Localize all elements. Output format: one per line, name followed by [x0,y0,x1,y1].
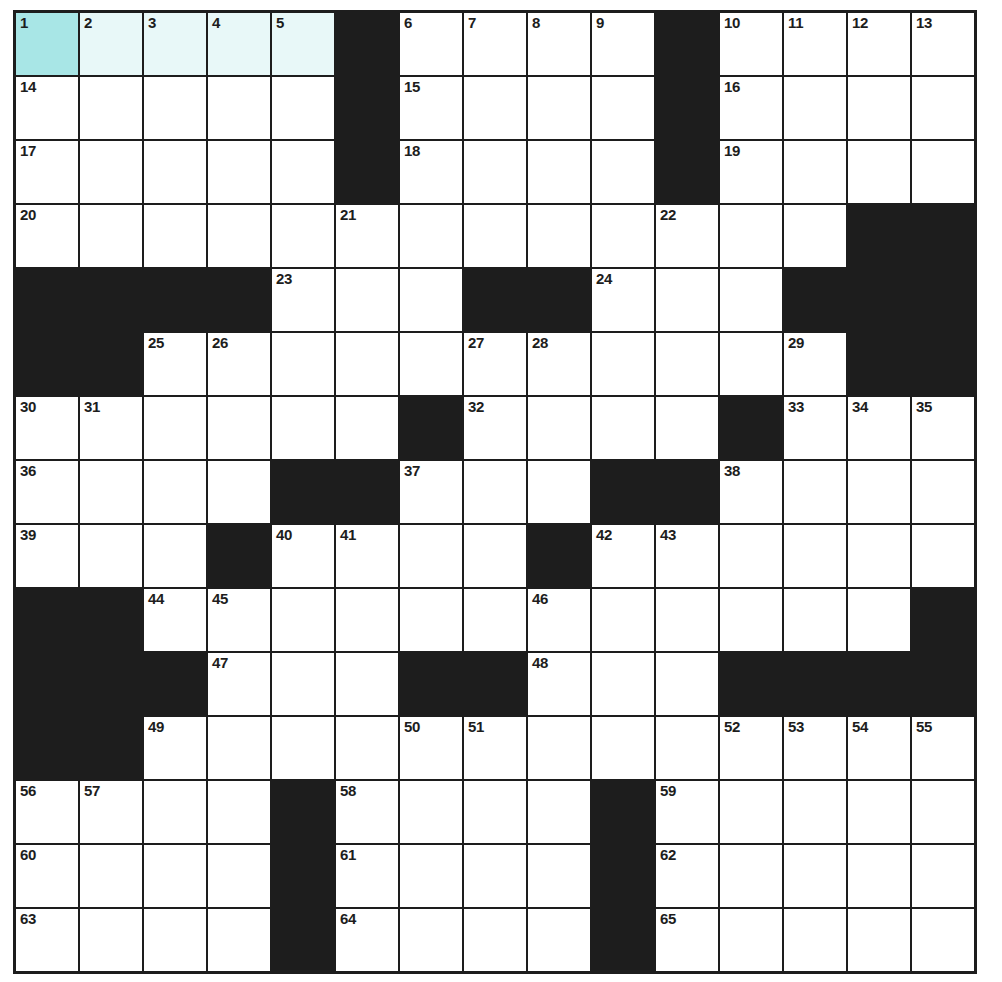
clue-number: 16 [724,78,740,96]
clue-number: 18 [404,142,420,160]
cell-r8c9[interactable]: 42 [592,525,654,587]
cell-r6c14[interactable]: 35 [912,397,974,459]
cell-r6c8[interactable] [528,397,590,459]
cell-r0c4[interactable]: 5 [272,13,334,75]
cell-r12c6[interactable] [400,781,462,843]
black-cell-r9c14 [912,589,974,651]
clue-number: 34 [852,398,868,416]
cell-r1c6[interactable]: 15 [400,77,462,139]
cell-r12c12[interactable] [784,781,846,843]
cell-r12c14[interactable] [912,781,974,843]
cell-r7c8[interactable] [528,461,590,523]
cell-r2c12[interactable] [784,141,846,203]
cell-r1c4[interactable] [272,77,334,139]
cell-r8c6[interactable] [400,525,462,587]
clue-number: 11 [788,14,803,32]
cell-r1c9[interactable] [592,77,654,139]
cell-r7c0[interactable]: 36 [16,461,78,523]
cell-r12c5[interactable]: 58 [336,781,398,843]
cell-r2c14[interactable] [912,141,974,203]
cell-r5c11[interactable] [720,333,782,395]
cell-r8c11[interactable] [720,525,782,587]
cell-r1c1[interactable] [80,77,142,139]
cell-r2c13[interactable] [848,141,910,203]
cell-r14c0[interactable]: 63 [16,909,78,971]
cell-r2c0[interactable]: 17 [16,141,78,203]
cell-r14c6[interactable] [400,909,462,971]
cell-r1c14[interactable] [912,77,974,139]
cell-r6c9[interactable] [592,397,654,459]
cell-r1c8[interactable] [528,77,590,139]
clue-number: 29 [788,334,804,352]
cell-r9c3[interactable]: 45 [208,589,270,651]
cell-r4c6[interactable] [400,269,462,331]
clue-number: 42 [596,526,612,544]
cell-r0c6[interactable]: 6 [400,13,462,75]
black-cell-r0c5 [336,13,398,75]
black-cell-r10c12 [784,653,846,715]
cell-r0c14[interactable]: 13 [912,13,974,75]
cell-r1c7[interactable] [464,77,526,139]
cell-r12c0[interactable]: 56 [16,781,78,843]
cell-r13c6[interactable] [400,845,462,907]
cell-r6c2[interactable] [144,397,206,459]
black-cell-r3c14 [912,205,974,267]
cell-r5c4[interactable] [272,333,334,395]
cell-r12c11[interactable] [720,781,782,843]
cell-r12c2[interactable] [144,781,206,843]
clue-number: 53 [788,718,804,736]
clue-number: 4 [212,14,220,32]
cell-r3c0[interactable]: 20 [16,205,78,267]
cell-r11c11[interactable]: 52 [720,717,782,779]
clue-number: 60 [20,846,36,864]
black-cell-r12c4 [272,781,334,843]
cell-r11c7[interactable]: 51 [464,717,526,779]
black-cell-r7c9 [592,461,654,523]
clue-number: 38 [724,462,740,480]
cell-r6c3[interactable] [208,397,270,459]
black-cell-r2c5 [336,141,398,203]
cell-r3c4[interactable] [272,205,334,267]
cell-r11c5[interactable] [336,717,398,779]
cell-r4c5[interactable] [336,269,398,331]
cell-r3c1[interactable] [80,205,142,267]
clue-number: 3 [148,14,156,32]
clue-number: 65 [660,910,676,928]
cell-r1c13[interactable] [848,77,910,139]
black-cell-r0c10 [656,13,718,75]
cell-r0c11[interactable]: 10 [720,13,782,75]
cell-r12c13[interactable] [848,781,910,843]
cell-r10c10[interactable] [656,653,718,715]
cell-r13c5[interactable]: 61 [336,845,398,907]
cell-r9c9[interactable] [592,589,654,651]
black-cell-r8c3 [208,525,270,587]
cell-r14c5[interactable]: 64 [336,909,398,971]
clue-number: 62 [660,846,676,864]
clue-number: 48 [532,654,548,672]
clue-number: 63 [20,910,36,928]
clue-number: 50 [404,718,420,736]
cell-r9c13[interactable] [848,589,910,651]
cell-r8c14[interactable] [912,525,974,587]
cell-r11c6[interactable]: 50 [400,717,462,779]
cell-r9c5[interactable] [336,589,398,651]
cell-r6c4[interactable] [272,397,334,459]
cell-r0c0[interactable]: 1 [16,13,78,75]
black-cell-r4c13 [848,269,910,331]
clue-number: 43 [660,526,676,544]
black-cell-r5c14 [912,333,974,395]
cell-r10c4[interactable] [272,653,334,715]
cell-r6c0[interactable]: 30 [16,397,78,459]
clue-number: 54 [852,718,868,736]
cell-r8c7[interactable] [464,525,526,587]
clue-number: 57 [84,782,100,800]
black-cell-r9c1 [80,589,142,651]
black-cell-r12c9 [592,781,654,843]
black-cell-r7c10 [656,461,718,523]
cell-r5c12[interactable]: 29 [784,333,846,395]
clue-number: 61 [340,846,356,864]
clue-number: 24 [596,270,612,288]
black-cell-r6c6 [400,397,462,459]
cell-r12c1[interactable]: 57 [80,781,142,843]
black-cell-r7c4 [272,461,334,523]
black-cell-r13c4 [272,845,334,907]
black-cell-r11c0 [16,717,78,779]
cell-r6c10[interactable] [656,397,718,459]
black-cell-r14c4 [272,909,334,971]
cell-r8c1[interactable] [80,525,142,587]
cell-r2c11[interactable]: 19 [720,141,782,203]
clue-number: 39 [20,526,36,544]
cell-r12c3[interactable] [208,781,270,843]
black-cell-r8c8 [528,525,590,587]
clue-number: 23 [276,270,292,288]
cell-r14c3[interactable] [208,909,270,971]
cell-r0c9[interactable]: 9 [592,13,654,75]
cell-r5c7[interactable]: 27 [464,333,526,395]
black-cell-r10c14 [912,653,974,715]
cell-r2c9[interactable] [592,141,654,203]
cell-r3c3[interactable] [208,205,270,267]
cell-r13c13[interactable] [848,845,910,907]
clue-number: 1 [20,14,28,32]
cell-r7c1[interactable] [80,461,142,523]
black-cell-r10c7 [464,653,526,715]
cell-r13c10[interactable]: 62 [656,845,718,907]
clue-number: 5 [276,14,284,32]
cell-r11c2[interactable]: 49 [144,717,206,779]
black-cell-r10c2 [144,653,206,715]
clue-number: 52 [724,718,740,736]
black-cell-r5c1 [80,333,142,395]
clue-number: 6 [404,14,412,32]
clue-number: 26 [212,334,228,352]
clue-number: 12 [852,14,868,32]
cell-r8c12[interactable] [784,525,846,587]
cell-r0c3[interactable]: 4 [208,13,270,75]
cell-r9c2[interactable]: 44 [144,589,206,651]
cell-r3c7[interactable] [464,205,526,267]
black-cell-r10c13 [848,653,910,715]
cell-r7c14[interactable] [912,461,974,523]
clue-number: 13 [916,14,932,32]
clue-number: 10 [724,14,740,32]
cell-r11c13[interactable]: 54 [848,717,910,779]
cell-r14c2[interactable] [144,909,206,971]
clue-number: 36 [20,462,36,480]
cell-r13c1[interactable] [80,845,142,907]
clue-number: 40 [276,526,292,544]
black-cell-r1c5 [336,77,398,139]
clue-number: 64 [340,910,356,928]
cell-r10c8[interactable]: 48 [528,653,590,715]
cell-r11c3[interactable] [208,717,270,779]
cell-r8c13[interactable] [848,525,910,587]
cell-r3c6[interactable] [400,205,462,267]
cell-r2c1[interactable] [80,141,142,203]
black-cell-r5c0 [16,333,78,395]
black-cell-r4c12 [784,269,846,331]
cell-r8c10[interactable]: 43 [656,525,718,587]
cell-r9c10[interactable] [656,589,718,651]
cell-r0c12[interactable]: 11 [784,13,846,75]
black-cell-r13c9 [592,845,654,907]
clue-number: 21 [340,206,356,224]
black-cell-r6c11 [720,397,782,459]
cell-r14c12[interactable] [784,909,846,971]
cell-r2c6[interactable]: 18 [400,141,462,203]
clue-number: 31 [84,398,100,416]
black-cell-r2c10 [656,141,718,203]
clue-number: 20 [20,206,36,224]
cell-r12c10[interactable]: 59 [656,781,718,843]
clue-number: 2 [84,14,92,32]
cell-r11c12[interactable]: 53 [784,717,846,779]
clue-number: 27 [468,334,484,352]
clue-number: 37 [404,462,420,480]
cell-r13c3[interactable] [208,845,270,907]
cell-r10c5[interactable] [336,653,398,715]
cell-r7c12[interactable] [784,461,846,523]
black-cell-r4c7 [464,269,526,331]
cell-r14c13[interactable] [848,909,910,971]
cell-r13c2[interactable] [144,845,206,907]
cell-r1c0[interactable]: 14 [16,77,78,139]
cell-r10c9[interactable] [592,653,654,715]
clue-number: 14 [20,78,36,96]
cell-r3c10[interactable]: 22 [656,205,718,267]
cell-r11c10[interactable] [656,717,718,779]
black-cell-r4c8 [528,269,590,331]
cell-r0c8[interactable]: 8 [528,13,590,75]
cell-r0c13[interactable]: 12 [848,13,910,75]
cell-r13c14[interactable] [912,845,974,907]
clue-number: 7 [468,14,476,32]
cell-r7c2[interactable] [144,461,206,523]
cell-r14c7[interactable] [464,909,526,971]
cell-r1c11[interactable]: 16 [720,77,782,139]
cell-r7c11[interactable]: 38 [720,461,782,523]
cell-r3c8[interactable] [528,205,590,267]
cell-r14c14[interactable] [912,909,974,971]
black-cell-r14c9 [592,909,654,971]
cell-r8c5[interactable]: 41 [336,525,398,587]
clue-number: 35 [916,398,932,416]
cell-r8c4[interactable]: 40 [272,525,334,587]
clue-number: 17 [20,142,36,160]
cell-r2c7[interactable] [464,141,526,203]
black-cell-r10c0 [16,653,78,715]
clue-number: 32 [468,398,484,416]
cell-r14c1[interactable] [80,909,142,971]
cell-r0c7[interactable]: 7 [464,13,526,75]
black-cell-r11c1 [80,717,142,779]
clue-number: 19 [724,142,740,160]
clue-number: 46 [532,590,548,608]
cell-r13c0[interactable]: 60 [16,845,78,907]
cell-r3c9[interactable] [592,205,654,267]
cell-r1c12[interactable] [784,77,846,139]
clue-number: 8 [532,14,540,32]
cell-r6c13[interactable]: 34 [848,397,910,459]
black-cell-r4c0 [16,269,78,331]
cell-r4c9[interactable]: 24 [592,269,654,331]
cell-r5c5[interactable] [336,333,398,395]
cell-r14c8[interactable] [528,909,590,971]
cell-r11c4[interactable] [272,717,334,779]
cell-r3c2[interactable] [144,205,206,267]
cell-r5c2[interactable]: 25 [144,333,206,395]
cell-r12c8[interactable] [528,781,590,843]
cell-r13c12[interactable] [784,845,846,907]
clue-number: 58 [340,782,356,800]
cell-r6c7[interactable]: 32 [464,397,526,459]
clue-number: 51 [468,718,484,736]
cell-r5c3[interactable]: 26 [208,333,270,395]
clue-number: 59 [660,782,676,800]
cell-r7c13[interactable] [848,461,910,523]
clue-number: 9 [596,14,604,32]
black-cell-r10c1 [80,653,142,715]
cell-r7c7[interactable] [464,461,526,523]
cell-r9c12[interactable] [784,589,846,651]
cell-r5c10[interactable] [656,333,718,395]
cell-r9c7[interactable] [464,589,526,651]
black-cell-r5c13 [848,333,910,395]
cell-r2c8[interactable] [528,141,590,203]
black-cell-r7c5 [336,461,398,523]
cell-r8c0[interactable]: 39 [16,525,78,587]
cell-r6c5[interactable] [336,397,398,459]
cell-r12c7[interactable] [464,781,526,843]
cell-r14c10[interactable]: 65 [656,909,718,971]
cell-r0c2[interactable]: 3 [144,13,206,75]
crossword-board: 1234567891011121314151617181920212223242… [13,10,977,974]
black-cell-r4c2 [144,269,206,331]
cell-r0c1[interactable]: 2 [80,13,142,75]
cell-r5c8[interactable]: 28 [528,333,590,395]
clue-number: 41 [340,526,356,544]
clue-number: 47 [212,654,228,672]
black-cell-r10c6 [400,653,462,715]
cell-r13c7[interactable] [464,845,526,907]
cell-r2c4[interactable] [272,141,334,203]
clue-number: 25 [148,334,164,352]
clue-number: 49 [148,718,164,736]
cell-r7c6[interactable]: 37 [400,461,462,523]
cell-r5c9[interactable] [592,333,654,395]
black-cell-r3c13 [848,205,910,267]
cell-r11c8[interactable] [528,717,590,779]
cell-r9c4[interactable] [272,589,334,651]
cell-r8c2[interactable] [144,525,206,587]
clue-number: 15 [404,78,420,96]
clue-number: 22 [660,206,676,224]
cell-r7c3[interactable] [208,461,270,523]
cell-r4c11[interactable] [720,269,782,331]
cell-r11c9[interactable] [592,717,654,779]
cell-r13c11[interactable] [720,845,782,907]
clue-number: 44 [148,590,164,608]
cell-r13c8[interactable] [528,845,590,907]
cell-r14c11[interactable] [720,909,782,971]
black-cell-r4c14 [912,269,974,331]
cell-r6c1[interactable]: 31 [80,397,142,459]
cell-r9c8[interactable]: 46 [528,589,590,651]
cell-r5c6[interactable] [400,333,462,395]
black-cell-r4c1 [80,269,142,331]
clue-number: 45 [212,590,228,608]
black-cell-r1c10 [656,77,718,139]
cell-r1c2[interactable] [144,77,206,139]
clue-number: 55 [916,718,932,736]
black-cell-r10c11 [720,653,782,715]
cell-r9c6[interactable] [400,589,462,651]
clue-number: 33 [788,398,804,416]
black-cell-r4c3 [208,269,270,331]
clue-number: 56 [20,782,36,800]
cell-r4c10[interactable] [656,269,718,331]
cell-r3c11[interactable] [720,205,782,267]
cell-r1c3[interactable] [208,77,270,139]
cell-r2c2[interactable] [144,141,206,203]
cell-r6c12[interactable]: 33 [784,397,846,459]
clue-number: 30 [20,398,36,416]
cell-r9c11[interactable] [720,589,782,651]
clue-number: 28 [532,334,548,352]
black-cell-r9c0 [16,589,78,651]
cell-r10c3[interactable]: 47 [208,653,270,715]
cell-r3c5[interactable]: 21 [336,205,398,267]
cell-r3c12[interactable] [784,205,846,267]
cell-r2c3[interactable] [208,141,270,203]
cell-r11c14[interactable]: 55 [912,717,974,779]
cell-r4c4[interactable]: 23 [272,269,334,331]
